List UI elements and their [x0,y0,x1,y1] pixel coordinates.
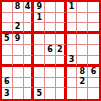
cell-r7c9[interactable]: 6 [88,67,99,78]
cell-r5c3[interactable] [24,45,35,56]
given-digit: 3 [69,56,75,64]
cell-r3c4[interactable] [34,23,45,34]
cell-r5c4[interactable] [34,45,45,56]
given-digit: 2 [15,23,21,31]
cell-r1c2[interactable]: 8 [13,2,24,13]
cell-r5c6[interactable]: 2 [56,45,67,56]
cell-r5c5[interactable]: 6 [45,45,56,56]
cell-r3c6[interactable] [56,23,67,34]
given-digit: 5 [4,35,10,43]
cell-r3c5[interactable] [45,23,56,34]
given-digit: 6 [47,46,53,54]
cell-r1c8[interactable] [77,2,88,13]
cell-r8c8[interactable]: 2 [77,78,88,89]
cell-r6c7[interactable]: 3 [67,56,78,67]
cell-r7c2[interactable] [13,67,24,78]
cell-r6c3[interactable] [24,56,35,67]
cell-r1c3[interactable]: 4 [24,2,35,13]
cell-r9c1[interactable]: 3 [2,88,13,99]
cell-r6c9[interactable] [88,56,99,67]
given-digit: 6 [4,78,10,86]
given-digit: 3 [4,90,10,98]
cell-r9c5[interactable] [45,88,56,99]
cell-r4c6[interactable] [56,34,67,45]
cell-r4c5[interactable] [45,34,56,45]
sudoku-board: 84911259623866235 [0,0,101,101]
cell-r7c1[interactable] [2,67,13,78]
cell-r6c8[interactable] [77,56,88,67]
given-digit: 2 [57,46,63,54]
cell-r8c5[interactable] [45,78,56,89]
cell-r1c4[interactable]: 9 [34,2,45,13]
given-digit: 8 [15,3,21,11]
given-digit: 1 [36,14,42,22]
cell-r2c5[interactable] [45,13,56,24]
cell-r8c2[interactable] [13,78,24,89]
cell-r4c4[interactable] [34,34,45,45]
given-digit: 2 [80,78,86,86]
cell-r6c2[interactable] [13,56,24,67]
cell-r3c9[interactable] [88,23,99,34]
given-digit: 1 [69,3,75,11]
cell-r4c8[interactable] [77,34,88,45]
cell-r7c3[interactable] [24,67,35,78]
cell-r7c8[interactable]: 8 [77,67,88,78]
cell-r1c5[interactable] [45,2,56,13]
cell-r2c7[interactable] [67,13,78,24]
cell-r2c1[interactable] [2,13,13,24]
cell-r4c3[interactable] [24,34,35,45]
cell-r2c6[interactable] [56,13,67,24]
cell-r2c8[interactable] [77,13,88,24]
cell-r8c9[interactable] [88,78,99,89]
cell-r1c1[interactable] [2,2,13,13]
cell-r9c4[interactable]: 5 [34,88,45,99]
cell-r8c4[interactable] [34,78,45,89]
cell-r4c9[interactable] [88,34,99,45]
cell-r3c2[interactable]: 2 [13,23,24,34]
cell-r3c1[interactable] [2,23,13,34]
cell-r2c4[interactable]: 1 [34,13,45,24]
cell-r8c1[interactable]: 6 [2,78,13,89]
cell-r6c1[interactable] [2,56,13,67]
cell-r1c7[interactable]: 1 [67,2,78,13]
cell-r2c3[interactable] [24,13,35,24]
cell-r9c3[interactable] [24,88,35,99]
cell-r7c6[interactable] [56,67,67,78]
cell-r8c6[interactable] [56,78,67,89]
cell-r5c2[interactable] [13,45,24,56]
cell-r4c1[interactable]: 5 [2,34,13,45]
cell-r9c6[interactable] [56,88,67,99]
cell-r2c9[interactable] [88,13,99,24]
cell-r9c7[interactable] [67,88,78,99]
cell-r6c5[interactable] [45,56,56,67]
cell-r9c8[interactable] [77,88,88,99]
cell-r8c7[interactable] [67,78,78,89]
cell-r5c1[interactable] [2,45,13,56]
cell-r7c5[interactable] [45,67,56,78]
cell-r6c6[interactable] [56,56,67,67]
cell-r7c7[interactable] [67,67,78,78]
cell-r1c9[interactable] [88,2,99,13]
given-digit: 5 [36,90,42,98]
given-digit: 8 [80,68,86,76]
given-digit: 9 [15,35,21,43]
cell-r4c2[interactable]: 9 [13,34,24,45]
cell-r9c2[interactable] [13,88,24,99]
cell-r7c4[interactable] [34,67,45,78]
given-digit: 9 [36,3,42,11]
cell-r9c9[interactable] [88,88,99,99]
cell-r4c7[interactable] [67,34,78,45]
cell-r1c6[interactable] [56,2,67,13]
cell-r3c7[interactable] [67,23,78,34]
cell-r5c8[interactable] [77,45,88,56]
cell-r3c8[interactable] [77,23,88,34]
cell-r3c3[interactable] [24,23,35,34]
cell-r8c3[interactable] [24,78,35,89]
given-digit: 6 [91,68,97,76]
cell-r6c4[interactable] [34,56,45,67]
given-digit: 4 [25,3,31,11]
cell-r5c9[interactable] [88,45,99,56]
